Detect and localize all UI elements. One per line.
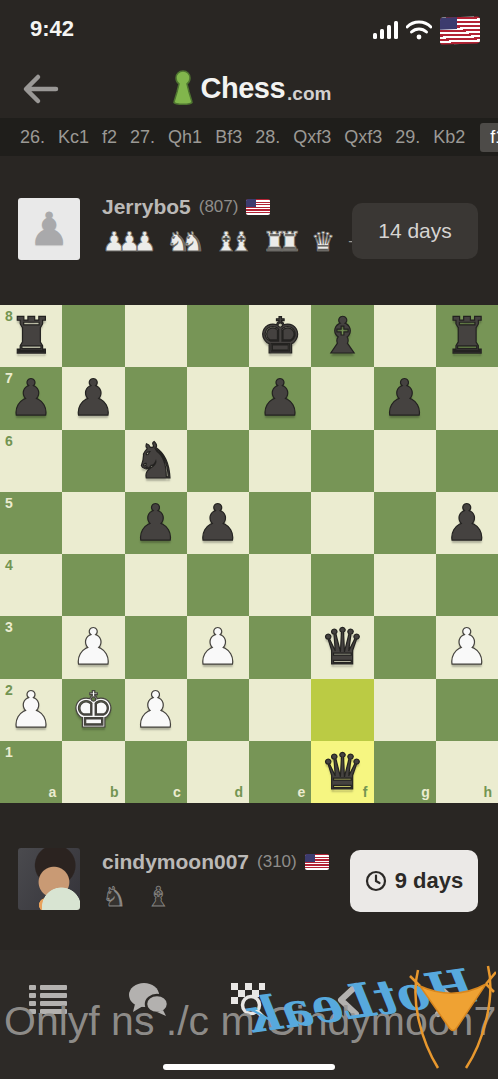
file-label-a: a [48,784,56,800]
move-token[interactable]: Qh1 [168,127,202,148]
square-h3[interactable]: ♟ [436,616,498,678]
black-rook: ♜ [436,305,498,367]
square-d4[interactable] [187,554,249,616]
black-pawn: ♟ [249,367,311,429]
black-pawn: ♟ [374,367,436,429]
square-b6[interactable] [62,430,124,492]
square-b8[interactable] [62,305,124,367]
square-a7[interactable]: 7♟ [0,367,62,429]
square-f4[interactable] [311,554,373,616]
white-pawn: ♟ [436,616,498,678]
square-a8[interactable]: 8♜ [0,305,62,367]
move-token[interactable]: Kc1 [58,127,89,148]
move-token[interactable]: Qxf3 [344,127,382,148]
file-label-g: g [421,784,430,800]
square-f7[interactable] [311,367,373,429]
logo-text: Chess [201,72,286,105]
status-icons [373,16,481,44]
top-player-captured-pieces: ♟♟♟ ♞♞ ♝♝ ♜♜ ♛ +36 [102,225,380,259]
square-a5[interactable]: 5 [0,492,62,554]
square-c6[interactable]: ♞ [125,430,187,492]
us-flag-icon [440,16,480,44]
signal-icon [373,21,399,39]
rank-label-3: 3 [5,619,13,635]
file-label-d: d [234,784,243,800]
square-e6[interactable] [249,430,311,492]
square-d1[interactable]: d [187,741,249,803]
chess-board: 8♜♚♝♜7♟♟♟♟6♞5♟♟♟43♟♟♛♟2♟♚♟1abcdef♛gh [0,305,498,803]
chat-button[interactable] [126,980,170,1020]
captured-knight: ♞ [102,880,137,914]
rank-label-6: 6 [5,433,13,449]
square-f1[interactable]: f♛ [311,741,373,803]
black-pawn: ♟ [436,492,498,554]
square-b2[interactable]: ♚ [62,679,124,741]
white-pawn: ♟ [0,679,62,741]
logo-suffix: .com [287,83,331,108]
moves-list-button[interactable] [26,980,70,1020]
square-e4[interactable] [249,554,311,616]
white-king: ♚ [62,679,124,741]
status-bar: 9:42 [0,0,498,60]
square-b7[interactable]: ♟ [62,367,124,429]
next-move-button[interactable] [424,980,468,1020]
square-d3[interactable]: ♟ [187,616,249,678]
square-h6[interactable] [436,430,498,492]
square-d8[interactable] [187,305,249,367]
bottom-player-rating: (310) [257,852,297,872]
square-c3[interactable] [125,616,187,678]
black-rook: ♜ [0,305,62,367]
move-token[interactable]: Kb2 [433,127,465,148]
square-f3[interactable]: ♛ [311,616,373,678]
square-d2[interactable] [187,679,249,741]
previous-move-button[interactable] [326,980,370,1020]
move-token[interactable]: Qxf3 [293,127,331,148]
square-a4[interactable]: 4 [0,554,62,616]
black-pawn: ♟ [62,367,124,429]
bottom-player-name[interactable]: cindymoon007 [102,850,249,874]
square-g8[interactable] [374,305,436,367]
black-queen: ♛ [311,616,373,678]
square-h1[interactable]: h [436,741,498,803]
black-pawn: ♟ [0,367,62,429]
captured-queen: ♛ [311,225,335,259]
square-a1[interactable]: 1a [0,741,62,803]
analysis-button[interactable] [226,980,270,1020]
square-g4[interactable] [374,554,436,616]
square-h8[interactable]: ♜ [436,305,498,367]
top-player-rating: (807) [199,197,239,217]
chesscom-game-screen: 9:42 Chess .com 2 [0,0,498,1079]
square-b3[interactable]: ♟ [62,616,124,678]
square-b5[interactable] [62,492,124,554]
black-king: ♚ [249,305,311,367]
black-pawn: ♟ [125,492,187,554]
square-a3[interactable]: 3 [0,616,62,678]
file-label-c: c [173,784,181,800]
bottom-player-card: cindymoon007 (310) ♞ ♝ 9 days [0,822,498,942]
square-g6[interactable] [374,430,436,492]
wifi-icon [406,20,432,40]
top-player-name[interactable]: Jerrybo5 [102,195,191,219]
bottom-toolbar [0,950,498,1079]
square-e7[interactable]: ♟ [249,367,311,429]
move-list-bar[interactable]: 26. Kc1 f2 27. Qh1 Bf3 28. Qxf3 Qxf3 29.… [0,118,498,156]
square-d5[interactable]: ♟ [187,492,249,554]
captured-rooks: ♜♜ [262,225,301,259]
move-token: 27. [130,127,155,148]
square-e1[interactable]: e [249,741,311,803]
rank-label-5: 5 [5,495,13,511]
move-token: 29. [395,127,420,148]
chesscom-logo: Chess .com [0,68,498,108]
top-player-avatar[interactable]: ♟ [18,198,80,260]
file-label-h: h [483,784,492,800]
square-h4[interactable] [436,554,498,616]
captured-knights: ♞♞ [166,225,205,259]
status-time: 9:42 [30,16,74,42]
square-c1[interactable]: c [125,741,187,803]
square-c7[interactable] [125,367,187,429]
white-pawn: ♟ [62,616,124,678]
move-token: 26. [20,127,45,148]
home-indicator[interactable] [163,1064,335,1070]
header: Chess .com [0,60,498,118]
bottom-player-flag-icon [305,854,329,870]
bottom-player-avatar[interactable] [18,848,80,910]
file-label-e: e [297,784,305,800]
square-f2[interactable] [311,679,373,741]
top-player-flag-icon [246,199,270,215]
square-g5[interactable] [374,492,436,554]
square-g3[interactable] [374,616,436,678]
white-pawn: ♟ [187,616,249,678]
rank-label-1: 1 [5,744,13,760]
top-player-clock: 14 days [352,203,478,259]
square-c5[interactable]: ♟ [125,492,187,554]
square-a2[interactable]: 2♟ [0,679,62,741]
move-token[interactable]: f2 [102,127,117,148]
square-d6[interactable] [187,430,249,492]
square-h2[interactable] [436,679,498,741]
square-e2[interactable] [249,679,311,741]
square-c2[interactable]: ♟ [125,679,187,741]
black-queen: ♛ [311,741,373,803]
square-d7[interactable] [187,367,249,429]
clock-icon [365,870,387,892]
rank-label-4: 4 [5,557,13,573]
current-move[interactable]: f1=Q [480,123,498,152]
square-h5[interactable]: ♟ [436,492,498,554]
square-e8[interactable]: ♚ [249,305,311,367]
bottom-player-clock: 9 days [350,850,478,912]
square-f8[interactable]: ♝ [311,305,373,367]
square-g7[interactable]: ♟ [374,367,436,429]
move-token: 28. [255,127,280,148]
default-pawn-avatar-icon: ♟ [28,198,69,260]
black-pawn: ♟ [187,492,249,554]
square-g1[interactable]: g [374,741,436,803]
bottom-player-captured-pieces: ♞ ♝ [102,880,181,914]
square-c8[interactable] [125,305,187,367]
square-e3[interactable] [249,616,311,678]
square-b1[interactable]: b [62,741,124,803]
top-player-card: ♟ Jerrybo5 (807) ♟♟♟ ♞♞ ♝♝ ♜♜ ♛ +36 14 d… [0,185,498,295]
square-a6[interactable]: 6 [0,430,62,492]
square-g2[interactable] [374,679,436,741]
square-f6[interactable] [311,430,373,492]
captured-bishops: ♝♝ [214,225,253,259]
white-pawn: ♟ [125,679,187,741]
square-b4[interactable] [62,554,124,616]
captured-bishop: ♝ [146,880,181,914]
logo-pawn-icon [167,68,199,108]
move-token[interactable]: Bf3 [215,127,242,148]
file-label-b: b [110,784,119,800]
black-knight: ♞ [125,430,187,492]
black-bishop: ♝ [311,305,373,367]
square-c4[interactable] [125,554,187,616]
square-e5[interactable] [249,492,311,554]
square-f5[interactable] [311,492,373,554]
square-h7[interactable] [436,367,498,429]
captured-pawns: ♟♟♟ [102,225,157,259]
